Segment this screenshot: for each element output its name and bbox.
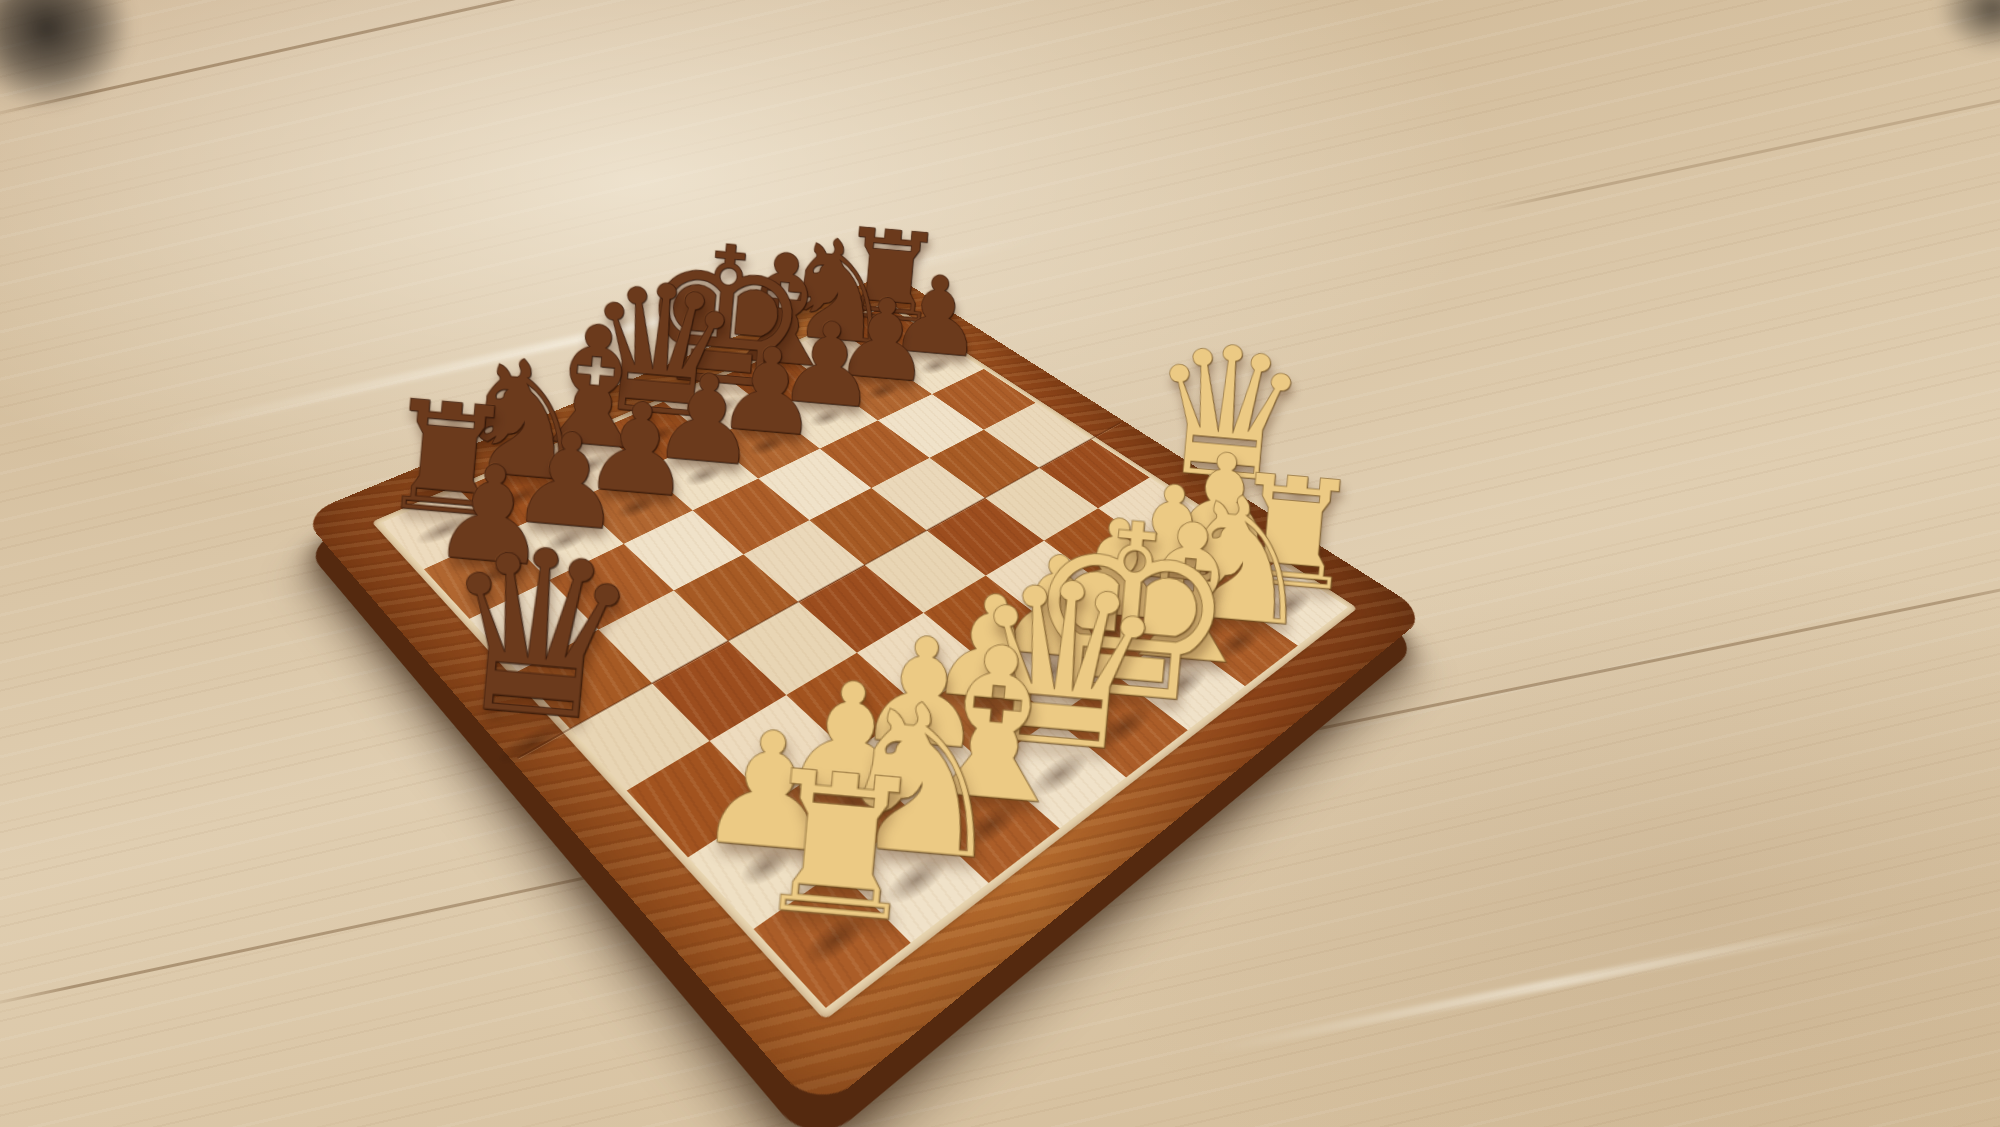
- background-object-top-right: [1938, 0, 2000, 52]
- rook-glyph: ♜: [745, 742, 936, 951]
- chess-board: ♜♞♝♛♚♝♞♜♟♟♟♟♟♟♟♟♟♟♟♟♟♟♟♟♜♞♝♛♚♝♞♜♛♛: [301, 273, 1428, 1114]
- board-area: ♜♞♝♛♚♝♞♜♟♟♟♟♟♟♟♟♟♟♟♟♟♟♟♟♜♞♝♛♚♝♞♜♛♛: [0, 0, 2000, 1127]
- queen-glyph: ♛: [428, 513, 650, 757]
- photo-scene: ♜♞♝♛♚♝♞♜♟♟♟♟♟♟♟♟♟♟♟♟♟♟♟♟♜♞♝♛♚♝♞♜♛♛: [0, 0, 2000, 1127]
- perspective-scene: ♜♞♝♛♚♝♞♜♟♟♟♟♟♟♟♟♟♟♟♟♟♟♟♟♜♞♝♛♚♝♞♜♛♛: [0, 0, 2000, 1127]
